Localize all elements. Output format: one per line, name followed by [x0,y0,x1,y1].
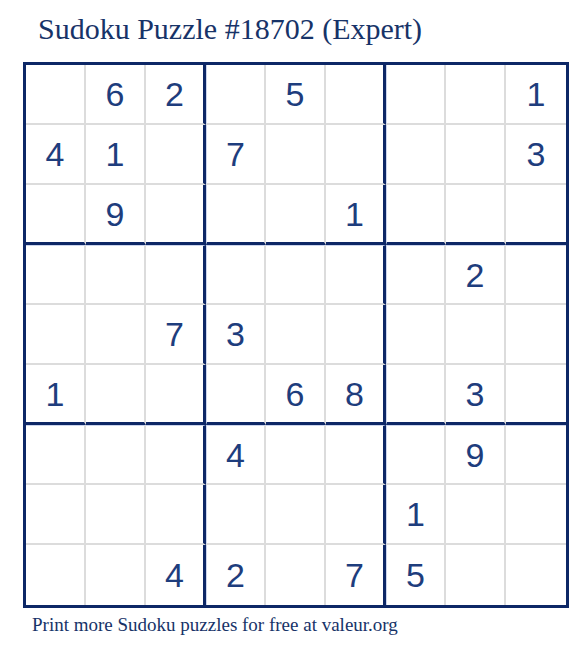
cell-r2c8[interactable] [446,125,506,185]
cell-r7c3[interactable] [146,425,206,485]
cell-r7c1[interactable] [26,425,86,485]
cell-r4c2[interactable] [86,245,146,305]
cell-r9c3[interactable]: 4 [146,545,206,605]
cell-r2c4[interactable]: 7 [206,125,266,185]
cell-r9c4[interactable]: 2 [206,545,266,605]
cell-r9c8[interactable] [446,545,506,605]
cell-r4c9[interactable] [506,245,566,305]
cell-r8c6[interactable] [326,485,386,545]
cell-r1c7[interactable] [386,65,446,125]
cell-r5c8[interactable] [446,305,506,365]
cell-r2c1[interactable]: 4 [26,125,86,185]
cell-r1c6[interactable] [326,65,386,125]
cell-r3c5[interactable] [266,185,326,245]
cell-r7c9[interactable] [506,425,566,485]
cell-r5c1[interactable] [26,305,86,365]
sudoku-board: 625141739127316834914275 [23,62,569,608]
cell-r2c2[interactable]: 1 [86,125,146,185]
cell-r6c1[interactable]: 1 [26,365,86,425]
cell-r1c3[interactable]: 2 [146,65,206,125]
cell-r7c4[interactable]: 4 [206,425,266,485]
cell-r1c4[interactable] [206,65,266,125]
cell-r2c3[interactable] [146,125,206,185]
cell-r9c5[interactable] [266,545,326,605]
cell-r7c8[interactable]: 9 [446,425,506,485]
cell-r3c3[interactable] [146,185,206,245]
cell-r6c3[interactable] [146,365,206,425]
cell-r5c7[interactable] [386,305,446,365]
cell-r1c2[interactable]: 6 [86,65,146,125]
cell-r3c2[interactable]: 9 [86,185,146,245]
cell-r3c9[interactable] [506,185,566,245]
cell-r8c8[interactable] [446,485,506,545]
cell-r3c6[interactable]: 1 [326,185,386,245]
cell-r7c6[interactable] [326,425,386,485]
cell-r6c6[interactable]: 8 [326,365,386,425]
cell-r1c8[interactable] [446,65,506,125]
cell-r5c2[interactable] [86,305,146,365]
cell-r9c1[interactable] [26,545,86,605]
cell-r8c4[interactable] [206,485,266,545]
cell-r3c4[interactable] [206,185,266,245]
cell-r2c9[interactable]: 3 [506,125,566,185]
cell-r5c4[interactable]: 3 [206,305,266,365]
cell-r5c6[interactable] [326,305,386,365]
cell-r4c3[interactable] [146,245,206,305]
cell-r6c2[interactable] [86,365,146,425]
cell-r8c1[interactable] [26,485,86,545]
cell-r1c5[interactable]: 5 [266,65,326,125]
cell-r3c1[interactable] [26,185,86,245]
footer-text: Print more Sudoku puzzles for free at va… [32,614,398,636]
cell-r8c9[interactable] [506,485,566,545]
cell-r2c6[interactable] [326,125,386,185]
cell-r4c4[interactable] [206,245,266,305]
cell-r1c1[interactable] [26,65,86,125]
cell-r3c7[interactable] [386,185,446,245]
cell-r6c7[interactable] [386,365,446,425]
cell-r8c3[interactable] [146,485,206,545]
cell-r7c2[interactable] [86,425,146,485]
cell-r6c8[interactable]: 3 [446,365,506,425]
cell-r4c7[interactable] [386,245,446,305]
cell-r9c9[interactable] [506,545,566,605]
cell-r9c6[interactable]: 7 [326,545,386,605]
cell-r7c5[interactable] [266,425,326,485]
puzzle-title: Sudoku Puzzle #18702 (Expert) [38,12,422,46]
cell-r5c5[interactable] [266,305,326,365]
cell-r5c9[interactable] [506,305,566,365]
cell-r1c9[interactable]: 1 [506,65,566,125]
cell-r9c7[interactable]: 5 [386,545,446,605]
cell-r6c5[interactable]: 6 [266,365,326,425]
cell-r8c2[interactable] [86,485,146,545]
cell-r8c5[interactable] [266,485,326,545]
cell-r4c5[interactable] [266,245,326,305]
cell-r7c7[interactable] [386,425,446,485]
cell-r6c9[interactable] [506,365,566,425]
cell-r2c5[interactable] [266,125,326,185]
cell-r2c7[interactable] [386,125,446,185]
cell-r4c1[interactable] [26,245,86,305]
cell-r9c2[interactable] [86,545,146,605]
cell-r4c6[interactable] [326,245,386,305]
cell-r4c8[interactable]: 2 [446,245,506,305]
cell-r5c3[interactable]: 7 [146,305,206,365]
cell-r8c7[interactable]: 1 [386,485,446,545]
cell-r3c8[interactable] [446,185,506,245]
cell-r6c4[interactable] [206,365,266,425]
